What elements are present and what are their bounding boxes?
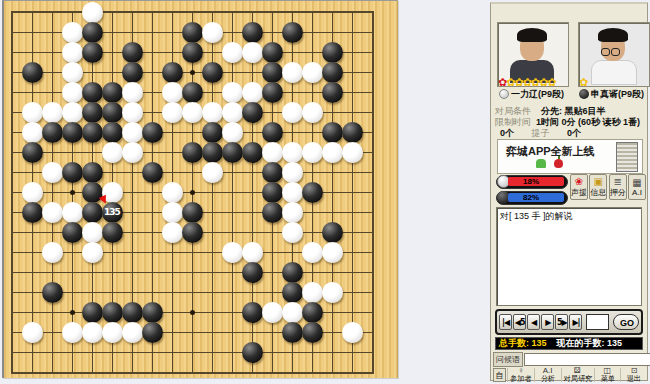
black-stone — [162, 62, 183, 83]
black-stone — [242, 262, 263, 283]
ai-button[interactable]: ▦ A.I — [628, 174, 646, 200]
black-stone — [262, 62, 283, 83]
white-stone — [222, 242, 243, 263]
black-stone — [142, 162, 163, 183]
black-stone — [22, 202, 43, 223]
black-stone — [242, 342, 263, 363]
bottom-toolbar: 自 ♀ 参加者 A.I 分析 ⚄ 对局研究 ◫ 菜单 ⊡ 退出 — [493, 368, 647, 382]
white-stone — [42, 162, 63, 183]
white-stone — [82, 322, 103, 343]
black-stone — [122, 42, 143, 63]
white-stone — [222, 122, 243, 143]
white-stone — [162, 222, 183, 243]
white-stone — [262, 142, 283, 163]
white-stone — [22, 102, 43, 123]
white-stone — [82, 242, 103, 263]
greeting-label[interactable]: 问候语 — [493, 352, 523, 367]
flower-gifts-white: ✿✿✿✿✿✿✿ — [498, 76, 568, 88]
move-number-label: 135 — [102, 207, 123, 217]
black-stone — [282, 262, 303, 283]
ai-icon: A.I — [535, 368, 561, 374]
white-stone — [162, 102, 183, 123]
move-number-input[interactable] — [586, 314, 609, 330]
white-stone-icon — [499, 89, 509, 99]
white-stone — [302, 142, 323, 163]
black-stone — [282, 282, 303, 303]
black-stone — [22, 62, 43, 83]
white-stone — [62, 22, 83, 43]
gift-icon: ▣ — [590, 176, 606, 187]
white-stone — [202, 22, 223, 43]
black-stone — [82, 302, 103, 323]
white-player-name: 一力辽(P9段) — [499, 88, 564, 101]
forward-5-button[interactable]: 5▶ — [555, 314, 568, 330]
star-point — [190, 190, 195, 195]
black-stone — [142, 122, 163, 143]
white-stone — [242, 82, 263, 103]
rose-icon: ❀ — [571, 176, 587, 187]
white-stone — [62, 42, 83, 63]
black-stone — [282, 22, 303, 43]
white-stone — [302, 102, 323, 123]
white-stone — [122, 102, 143, 123]
back-5-button[interactable]: ◀5 — [513, 314, 526, 330]
white-player-photo: ✿✿✿✿✿✿✿ — [497, 22, 569, 87]
black-stone — [62, 222, 83, 243]
black-stone — [202, 62, 223, 83]
menu-button[interactable]: ◫ 菜单 — [594, 368, 621, 382]
black-stone — [302, 302, 323, 323]
black-stone — [42, 282, 63, 303]
black-stone — [262, 202, 283, 223]
current-move: 现在的手数: 135 — [557, 337, 623, 350]
black-stone — [342, 122, 363, 143]
book-icon: ◫ — [595, 368, 621, 374]
star-point — [70, 190, 75, 195]
black-stone — [82, 202, 103, 223]
star-point — [70, 310, 75, 315]
black-stone — [282, 322, 303, 343]
black-stone — [82, 122, 103, 143]
game-study-button[interactable]: ⚄ 对局研究 — [561, 368, 594, 382]
white-stone — [62, 82, 83, 103]
back-1-button[interactable]: ◀ — [527, 314, 540, 330]
black-stone — [82, 42, 103, 63]
move-count-bar: 总手数: 135 现在的手数: 135 — [495, 337, 643, 350]
black-stone-icon — [579, 89, 589, 99]
white-stone — [42, 202, 63, 223]
white-stone — [182, 102, 203, 123]
black-stone — [102, 102, 123, 123]
black-stone — [262, 182, 283, 203]
white-stone — [42, 242, 63, 263]
white-stone — [242, 42, 263, 63]
black-stone — [182, 82, 203, 103]
white-stone — [122, 142, 143, 163]
white-stone — [42, 102, 63, 123]
black-stone — [122, 302, 143, 323]
white-stone — [282, 62, 303, 83]
black-stone — [142, 322, 163, 343]
black-stone — [322, 62, 343, 83]
white-stone — [22, 322, 43, 343]
black-stone — [82, 102, 103, 123]
black-stone — [242, 302, 263, 323]
black-player-avatar — [589, 27, 637, 83]
black-stone — [262, 162, 283, 183]
white-player-avatar — [508, 27, 556, 83]
black-stone — [22, 142, 43, 163]
black-stone — [242, 102, 263, 123]
white-stone — [22, 182, 43, 203]
banner-text: 弈城APP全新上线 — [506, 144, 595, 159]
white-stone — [202, 162, 223, 183]
white-stone — [282, 182, 303, 203]
black-stone — [82, 22, 103, 43]
black-stone — [322, 82, 343, 103]
black-stone — [182, 142, 203, 163]
white-stone — [302, 62, 323, 83]
white-stone — [282, 142, 303, 163]
black-stone — [102, 122, 123, 143]
black-stone — [102, 302, 123, 323]
black-stone — [62, 162, 83, 183]
black-stone — [102, 82, 123, 103]
apple-icon — [554, 159, 563, 168]
white-stone — [302, 282, 323, 303]
last-move-stone: 135 — [102, 202, 123, 223]
go-button[interactable]: GO — [613, 314, 639, 330]
white-stone — [282, 222, 303, 243]
black-stone — [62, 122, 83, 143]
black-stone — [182, 202, 203, 223]
white-stone — [282, 102, 303, 123]
white-stone — [62, 102, 83, 123]
black-stone — [322, 42, 343, 63]
chat-input[interactable] — [524, 353, 650, 366]
forward-1-button[interactable]: ▶ — [541, 314, 554, 330]
white-stone — [282, 162, 303, 183]
black-winrate-value: 82% — [523, 193, 539, 202]
white-winrate-bar: 18% — [496, 175, 568, 189]
android-icon — [536, 159, 546, 168]
white-stone — [122, 322, 143, 343]
white-stone — [122, 82, 143, 103]
white-stone — [222, 42, 243, 63]
black-stone — [82, 162, 103, 183]
black-stone — [202, 142, 223, 163]
app-promo-banner[interactable]: 弈城APP全新上线 — [497, 139, 643, 174]
black-stone — [262, 82, 283, 103]
white-stone — [102, 322, 123, 343]
phone-graphic — [616, 142, 638, 172]
exit-button[interactable]: ⊡ 退出 — [620, 368, 647, 382]
white-stone — [162, 82, 183, 103]
white-stone — [102, 142, 123, 163]
exit-icon: ⊡ — [621, 368, 647, 374]
white-stone — [82, 2, 103, 23]
black-stone — [242, 22, 263, 43]
black-stone — [102, 222, 123, 243]
black-stone — [182, 222, 203, 243]
white-stone — [322, 282, 343, 303]
white-stone — [282, 302, 303, 323]
go-board[interactable]: 135 — [2, 0, 398, 378]
books-icon: ≣ — [610, 176, 626, 187]
board-area: 135 — [0, 0, 489, 384]
black-stone — [262, 42, 283, 63]
first-move-button[interactable]: |◀ — [499, 314, 512, 330]
star-point — [190, 310, 195, 315]
black-stone — [242, 142, 263, 163]
white-stone — [62, 202, 83, 223]
black-stone — [82, 82, 103, 103]
white-stone — [282, 202, 303, 223]
white-stone — [342, 142, 363, 163]
black-stone — [182, 22, 203, 43]
black-stone — [202, 122, 223, 143]
greeting-row: 问候语 — [493, 352, 647, 367]
white-stone — [262, 302, 283, 323]
white-stone — [242, 242, 263, 263]
info-button[interactable]: ▣ 信息 — [589, 174, 607, 200]
black-stone — [262, 122, 283, 143]
star-point — [190, 70, 195, 75]
white-stone — [62, 62, 83, 83]
white-stone — [162, 202, 183, 223]
black-stone — [42, 122, 63, 143]
black-stone — [302, 182, 323, 203]
game-info-panel: ✿✿✿✿✿✿✿ ✿ 一力辽(P9段) 申真谞(P9段) 对局条件 分先: 黑贴6… — [490, 2, 648, 381]
action-buttons: ❀ 声援 ▣ 信息 ≣ 押分 ▦ A.I — [570, 174, 646, 200]
white-stone — [82, 222, 103, 243]
black-player-name: 申真谞(P9段) — [579, 88, 644, 101]
white-winrate-value: 18% — [523, 177, 539, 186]
participants-button[interactable]: ♀ 参加者 — [507, 368, 534, 382]
last-move-button[interactable]: ▶| — [569, 314, 582, 330]
white-stone — [22, 122, 43, 143]
white-stone — [222, 102, 243, 123]
black-player-photo: ✿ — [578, 22, 650, 87]
commentary-box[interactable]: 对[ 135 手 ]的解说 — [496, 207, 642, 306]
white-stone — [62, 322, 83, 343]
black-stone — [222, 142, 243, 163]
black-stone — [322, 122, 343, 143]
white-stone — [202, 102, 223, 123]
black-stone — [142, 302, 163, 323]
black-stone — [322, 222, 343, 243]
white-stone — [302, 242, 323, 263]
winrate-bars: 18% 82% — [496, 175, 568, 207]
black-winrate-bar: 82% — [496, 191, 568, 205]
ai-analysis-button[interactable]: A.I 分析 — [534, 368, 561, 382]
person-icon: ♀ — [508, 368, 534, 374]
move-navigation: |◀ ◀5 ◀ ▶ 5▶ ▶| GO — [495, 309, 643, 335]
black-stone — [302, 322, 323, 343]
white-stone — [162, 182, 183, 203]
black-stone — [182, 42, 203, 63]
white-stone — [342, 322, 363, 343]
white-stone — [122, 122, 143, 143]
auto-button[interactable]: 自 — [493, 368, 506, 382]
bet-button[interactable]: ≣ 押分 — [609, 174, 627, 200]
flower-gifts-black: ✿ — [579, 76, 649, 88]
black-stone — [122, 62, 143, 83]
cheer-button[interactable]: ❀ 声援 — [570, 174, 588, 200]
go-client-window: { "game": { "name": "go", "board_size": … — [0, 0, 650, 384]
total-moves: 总手数: 135 — [499, 337, 547, 350]
dice-icon: ⚄ — [562, 368, 594, 374]
white-stone — [322, 242, 343, 263]
chip-icon: ▦ — [629, 177, 645, 188]
white-stone — [222, 82, 243, 103]
white-stone — [322, 142, 343, 163]
